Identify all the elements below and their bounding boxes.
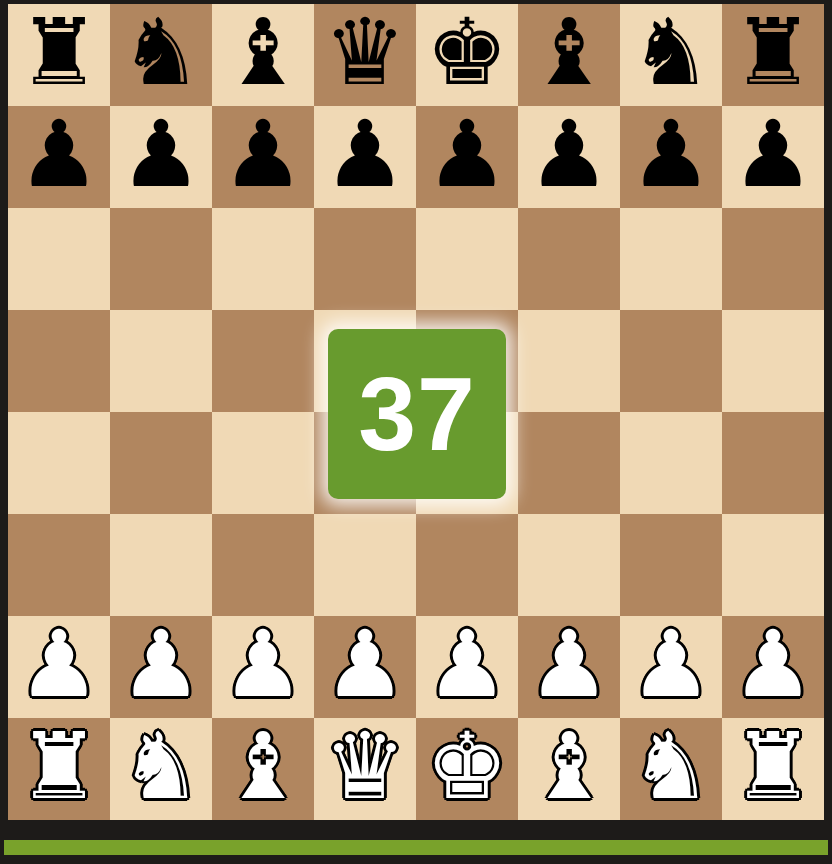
piece-white-knight[interactable]: ♞ bbox=[120, 721, 202, 813]
square-b8[interactable]: ♞ bbox=[110, 4, 212, 106]
timer-progress-bar bbox=[4, 840, 828, 855]
piece-black-rook[interactable]: ♜ bbox=[18, 7, 100, 99]
square-e7[interactable]: ♟ bbox=[416, 106, 518, 208]
square-d2[interactable]: ♟ bbox=[314, 616, 416, 718]
square-f6[interactable] bbox=[518, 208, 620, 310]
piece-black-pawn[interactable]: ♟ bbox=[426, 109, 508, 201]
square-a1[interactable]: ♜ bbox=[8, 718, 110, 820]
piece-white-pawn[interactable]: ♟ bbox=[324, 619, 406, 711]
square-h6[interactable] bbox=[722, 208, 824, 310]
piece-black-pawn[interactable]: ♟ bbox=[630, 109, 712, 201]
square-d7[interactable]: ♟ bbox=[314, 106, 416, 208]
square-c4[interactable] bbox=[212, 412, 314, 514]
score-badge: 37 bbox=[328, 329, 506, 499]
square-b2[interactable]: ♟ bbox=[110, 616, 212, 718]
square-g5[interactable] bbox=[620, 310, 722, 412]
square-e1[interactable]: ♚ bbox=[416, 718, 518, 820]
square-b3[interactable] bbox=[110, 514, 212, 616]
square-f5[interactable] bbox=[518, 310, 620, 412]
piece-white-pawn[interactable]: ♟ bbox=[630, 619, 712, 711]
piece-white-knight[interactable]: ♞ bbox=[630, 721, 712, 813]
square-h2[interactable]: ♟ bbox=[722, 616, 824, 718]
piece-white-rook[interactable]: ♜ bbox=[18, 721, 100, 813]
piece-white-bishop[interactable]: ♝ bbox=[222, 721, 304, 813]
square-d8[interactable]: ♛ bbox=[314, 4, 416, 106]
square-f4[interactable] bbox=[518, 412, 620, 514]
square-g1[interactable]: ♞ bbox=[620, 718, 722, 820]
piece-black-rook[interactable]: ♜ bbox=[732, 7, 814, 99]
piece-black-knight[interactable]: ♞ bbox=[630, 7, 712, 99]
square-f1[interactable]: ♝ bbox=[518, 718, 620, 820]
square-e8[interactable]: ♚ bbox=[416, 4, 518, 106]
square-f8[interactable]: ♝ bbox=[518, 4, 620, 106]
square-f3[interactable] bbox=[518, 514, 620, 616]
square-g3[interactable] bbox=[620, 514, 722, 616]
piece-black-pawn[interactable]: ♟ bbox=[732, 109, 814, 201]
piece-white-pawn[interactable]: ♟ bbox=[426, 619, 508, 711]
square-a2[interactable]: ♟ bbox=[8, 616, 110, 718]
piece-white-king[interactable]: ♚ bbox=[426, 721, 508, 813]
square-b1[interactable]: ♞ bbox=[110, 718, 212, 820]
square-b7[interactable]: ♟ bbox=[110, 106, 212, 208]
piece-black-pawn[interactable]: ♟ bbox=[324, 109, 406, 201]
square-c2[interactable]: ♟ bbox=[212, 616, 314, 718]
square-h4[interactable] bbox=[722, 412, 824, 514]
square-c1[interactable]: ♝ bbox=[212, 718, 314, 820]
piece-black-pawn[interactable]: ♟ bbox=[18, 109, 100, 201]
square-a8[interactable]: ♜ bbox=[8, 4, 110, 106]
square-d3[interactable] bbox=[314, 514, 416, 616]
piece-black-queen[interactable]: ♛ bbox=[324, 7, 406, 99]
square-d6[interactable] bbox=[314, 208, 416, 310]
piece-black-pawn[interactable]: ♟ bbox=[528, 109, 610, 201]
square-a7[interactable]: ♟ bbox=[8, 106, 110, 208]
square-c3[interactable] bbox=[212, 514, 314, 616]
piece-black-knight[interactable]: ♞ bbox=[120, 7, 202, 99]
square-h7[interactable]: ♟ bbox=[722, 106, 824, 208]
square-c6[interactable] bbox=[212, 208, 314, 310]
square-e2[interactable]: ♟ bbox=[416, 616, 518, 718]
piece-black-pawn[interactable]: ♟ bbox=[120, 109, 202, 201]
piece-white-pawn[interactable]: ♟ bbox=[528, 619, 610, 711]
piece-white-pawn[interactable]: ♟ bbox=[120, 619, 202, 711]
square-c7[interactable]: ♟ bbox=[212, 106, 314, 208]
square-a6[interactable] bbox=[8, 208, 110, 310]
score-value: 37 bbox=[358, 355, 476, 474]
square-a4[interactable] bbox=[8, 412, 110, 514]
square-b4[interactable] bbox=[110, 412, 212, 514]
piece-black-bishop[interactable]: ♝ bbox=[222, 7, 304, 99]
square-g6[interactable] bbox=[620, 208, 722, 310]
piece-black-pawn[interactable]: ♟ bbox=[222, 109, 304, 201]
square-g8[interactable]: ♞ bbox=[620, 4, 722, 106]
square-g2[interactable]: ♟ bbox=[620, 616, 722, 718]
square-c5[interactable] bbox=[212, 310, 314, 412]
square-b6[interactable] bbox=[110, 208, 212, 310]
square-f2[interactable]: ♟ bbox=[518, 616, 620, 718]
piece-white-pawn[interactable]: ♟ bbox=[18, 619, 100, 711]
square-d1[interactable]: ♛ bbox=[314, 718, 416, 820]
piece-white-bishop[interactable]: ♝ bbox=[528, 721, 610, 813]
square-h8[interactable]: ♜ bbox=[722, 4, 824, 106]
square-h3[interactable] bbox=[722, 514, 824, 616]
app-background: ♜♞♝♛♚♝♞♜♟♟♟♟♟♟♟♟♟♟♟♟♟♟♟♟♜♞♝♛♚♝♞♜ 37 bbox=[0, 0, 832, 864]
square-c8[interactable]: ♝ bbox=[212, 4, 314, 106]
square-h1[interactable]: ♜ bbox=[722, 718, 824, 820]
square-g4[interactable] bbox=[620, 412, 722, 514]
square-g7[interactable]: ♟ bbox=[620, 106, 722, 208]
piece-white-queen[interactable]: ♛ bbox=[324, 721, 406, 813]
piece-white-rook[interactable]: ♜ bbox=[732, 721, 814, 813]
piece-white-pawn[interactable]: ♟ bbox=[732, 619, 814, 711]
piece-black-king[interactable]: ♚ bbox=[426, 7, 508, 99]
piece-white-pawn[interactable]: ♟ bbox=[222, 619, 304, 711]
square-e6[interactable] bbox=[416, 208, 518, 310]
piece-black-bishop[interactable]: ♝ bbox=[528, 7, 610, 99]
square-e3[interactable] bbox=[416, 514, 518, 616]
square-a5[interactable] bbox=[8, 310, 110, 412]
square-h5[interactable] bbox=[722, 310, 824, 412]
square-f7[interactable]: ♟ bbox=[518, 106, 620, 208]
square-a3[interactable] bbox=[8, 514, 110, 616]
square-b5[interactable] bbox=[110, 310, 212, 412]
